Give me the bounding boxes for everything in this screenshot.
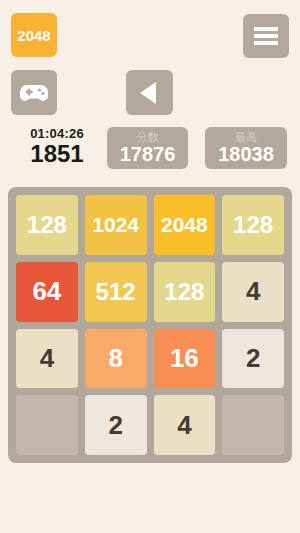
score-label: 分数 xyxy=(137,131,159,143)
move-counter: 1851 xyxy=(14,141,100,166)
timer-block: 01:04:26 1851 xyxy=(14,126,100,166)
menu-button[interactable] xyxy=(243,14,289,58)
tile-16: 16 xyxy=(154,329,216,389)
games-button[interactable] xyxy=(11,70,57,115)
empty-cell xyxy=(16,395,78,455)
tile-2: 2 xyxy=(85,395,147,455)
logo-label: 2048 xyxy=(17,27,50,44)
gamepad-icon xyxy=(19,81,49,105)
score-panel: 分数 17876 xyxy=(107,127,188,169)
score-value: 17876 xyxy=(120,144,176,165)
tile-2: 2 xyxy=(222,329,284,389)
logo-badge: 2048 xyxy=(11,13,57,57)
tile-64: 64 xyxy=(16,262,78,322)
hamburger-icon xyxy=(254,27,278,31)
tile-1024: 1024 xyxy=(85,195,147,255)
tile-4: 4 xyxy=(222,262,284,322)
empty-cell xyxy=(222,395,284,455)
tile-4: 4 xyxy=(154,395,216,455)
timer-value: 01:04:26 xyxy=(14,126,100,141)
left-triangle-icon xyxy=(140,82,156,104)
best-panel: 最高 18038 xyxy=(205,127,287,169)
board-grid[interactable]: 128102420481286451212844816224 xyxy=(8,187,292,463)
tile-4: 4 xyxy=(16,329,78,389)
tile-8: 8 xyxy=(85,329,147,389)
best-value: 18038 xyxy=(218,144,274,165)
tile-2048: 2048 xyxy=(154,195,216,255)
tile-128: 128 xyxy=(16,195,78,255)
undo-button[interactable] xyxy=(126,70,173,115)
tile-512: 512 xyxy=(85,262,147,322)
tile-128: 128 xyxy=(154,262,216,322)
tile-128: 128 xyxy=(222,195,284,255)
best-label: 最高 xyxy=(235,131,257,143)
